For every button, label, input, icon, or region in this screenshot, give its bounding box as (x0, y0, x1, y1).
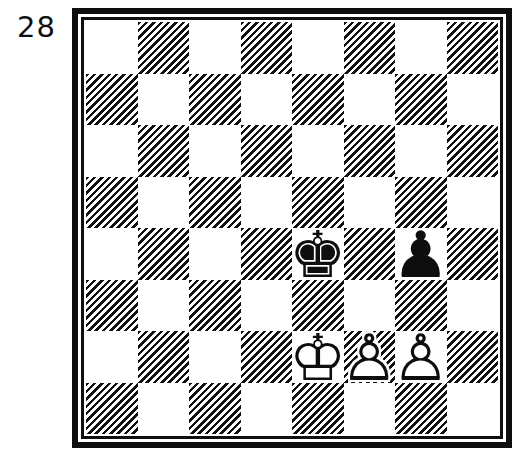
chess-board-grid: ♚♚♟♟♚♔♟♙♟♙ (86, 22, 498, 434)
square-e7 (292, 74, 344, 126)
square-h5 (447, 177, 499, 229)
piece-glyph: ♔ (292, 332, 344, 384)
square-e2: ♚♔ (292, 331, 344, 383)
square-h6 (447, 125, 499, 177)
square-b3 (138, 280, 190, 332)
square-g2: ♟♙ (395, 331, 447, 383)
square-f5 (344, 177, 396, 229)
square-c3 (189, 280, 241, 332)
piece-glyph: ♙ (344, 332, 396, 384)
piece-black-pawn-g4: ♟♟ (395, 228, 447, 280)
diagram-number: 28 (17, 12, 56, 44)
square-b5 (138, 177, 190, 229)
square-h7 (447, 74, 499, 126)
chess-diagram-page: 28 ♚♚♟♟♚♔♟♙♟♙ (0, 0, 528, 462)
square-h1 (447, 383, 499, 435)
square-h2 (447, 331, 499, 383)
square-g1 (395, 383, 447, 435)
square-a7 (86, 74, 138, 126)
square-f4 (344, 228, 396, 280)
square-c4 (189, 228, 241, 280)
piece-white-pawn-f2: ♟♙ (344, 331, 396, 383)
square-g4: ♟♟ (395, 228, 447, 280)
piece-white-pawn-g2: ♟♙ (395, 331, 447, 383)
square-g8 (395, 22, 447, 74)
chess-board-inner-frame: ♚♚♟♟♚♔♟♙♟♙ (81, 17, 503, 439)
square-g7 (395, 74, 447, 126)
square-b2 (138, 331, 190, 383)
piece-glyph: ♟ (395, 229, 447, 281)
square-b7 (138, 74, 190, 126)
square-b8 (138, 22, 190, 74)
square-f8 (344, 22, 396, 74)
square-d7 (241, 74, 293, 126)
square-b4 (138, 228, 190, 280)
square-c5 (189, 177, 241, 229)
square-a5 (86, 177, 138, 229)
piece-white-king-e2: ♚♔ (292, 331, 344, 383)
square-b6 (138, 125, 190, 177)
square-c6 (189, 125, 241, 177)
square-a6 (86, 125, 138, 177)
square-b1 (138, 383, 190, 435)
square-f1 (344, 383, 396, 435)
square-a3 (86, 280, 138, 332)
square-a8 (86, 22, 138, 74)
square-h8 (447, 22, 499, 74)
square-e1 (292, 383, 344, 435)
square-c7 (189, 74, 241, 126)
square-c8 (189, 22, 241, 74)
square-a2 (86, 331, 138, 383)
square-e8 (292, 22, 344, 74)
square-h3 (447, 280, 499, 332)
square-c1 (189, 383, 241, 435)
square-a1 (86, 383, 138, 435)
square-d5 (241, 177, 293, 229)
square-d6 (241, 125, 293, 177)
square-c2 (189, 331, 241, 383)
square-d8 (241, 22, 293, 74)
square-d2 (241, 331, 293, 383)
square-f6 (344, 125, 396, 177)
square-f7 (344, 74, 396, 126)
square-d4 (241, 228, 293, 280)
square-d1 (241, 383, 293, 435)
square-g6 (395, 125, 447, 177)
square-e6 (292, 125, 344, 177)
square-a4 (86, 228, 138, 280)
square-e4: ♚♚ (292, 228, 344, 280)
square-d3 (241, 280, 293, 332)
chess-board: ♚♚♟♟♚♔♟♙♟♙ (72, 8, 512, 448)
piece-glyph: ♚ (292, 229, 344, 281)
square-f2: ♟♙ (344, 331, 396, 383)
piece-black-king-e4: ♚♚ (292, 228, 344, 280)
square-h4 (447, 228, 499, 280)
piece-glyph: ♙ (395, 332, 447, 384)
